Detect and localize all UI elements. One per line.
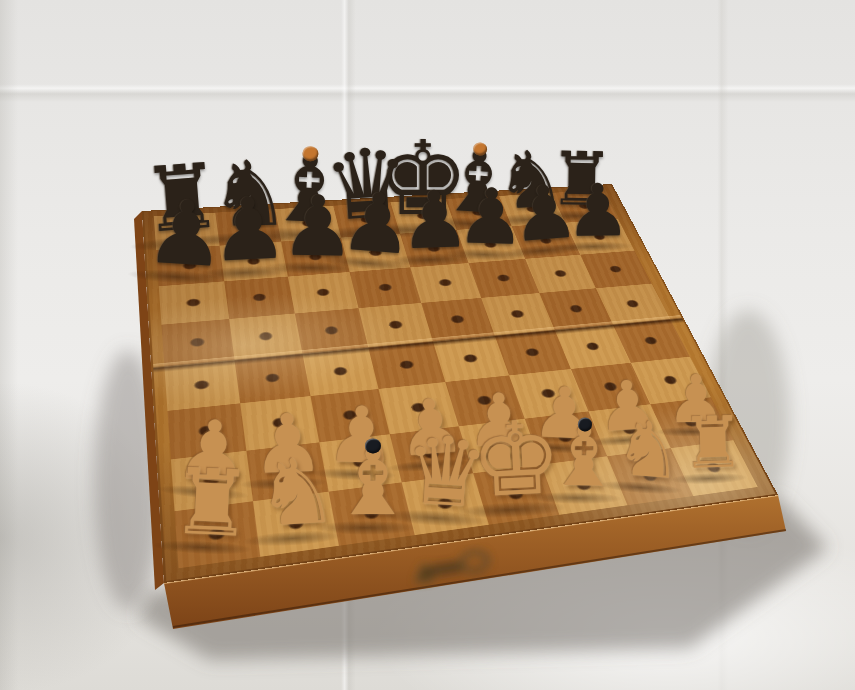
photo-scene: ♜♞♝♛♚♝♞♜♟♟♟♟♟♟♟♟♟♟♟♟♟♟♟♟♜♞♝♛♚♝♞♜ <box>0 0 855 690</box>
chess-piece-glyph: ♟ <box>139 187 233 281</box>
piece-white-knight-b1[interactable]: ♞ <box>249 445 345 541</box>
piece-black-pawn-a7[interactable]: ♟ <box>139 187 233 281</box>
piece-white-rook-a1[interactable]: ♜ <box>165 456 260 551</box>
chess-piece-glyph: ♜ <box>165 456 260 551</box>
pieces-layer: ♜♞♝♛♚♝♞♜♟♟♟♟♟♟♟♟♟♟♟♟♟♟♟♟♜♞♝♛♚♝♞♜ <box>0 0 855 690</box>
chess-piece-glyph: ♞ <box>249 445 345 541</box>
bishop-ball-finial <box>365 439 381 454</box>
